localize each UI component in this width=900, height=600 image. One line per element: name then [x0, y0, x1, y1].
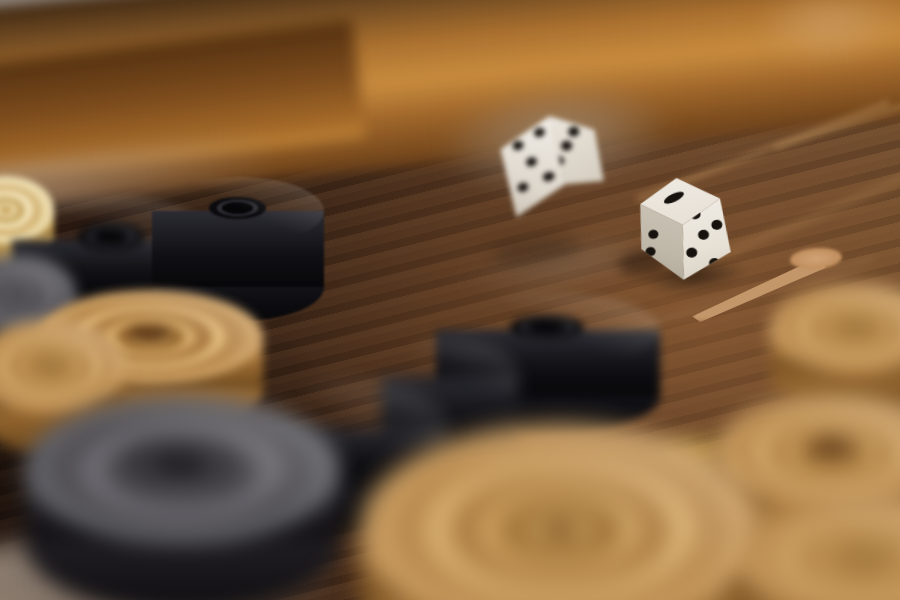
checker-top-face [360, 424, 760, 600]
checker-center-knob [209, 197, 266, 219]
checker-tan-bottom-right [739, 496, 900, 600]
die-pip [698, 229, 710, 240]
die-pip [645, 247, 656, 257]
checker-top-face [152, 177, 324, 245]
die-pip [709, 258, 721, 269]
die-pip [511, 140, 524, 152]
die-pip [568, 126, 580, 137]
checker-center-knob [78, 222, 144, 250]
backgammon-photo-scene [0, 0, 900, 600]
die-pip [686, 247, 698, 258]
die-resting [632, 169, 740, 288]
checker-top-face [24, 396, 340, 544]
checker-black-bottom-left [24, 396, 340, 600]
checker-center-knob [793, 429, 870, 466]
die-pip [516, 181, 529, 193]
die-pip [560, 141, 572, 152]
die-pip [525, 155, 538, 167]
die-pip [541, 171, 555, 184]
die-flying [493, 105, 610, 222]
checker-center-knob [510, 315, 584, 339]
die-pip [711, 219, 723, 230]
die-pip [662, 189, 685, 206]
die-pip [648, 230, 659, 240]
die-pip [532, 126, 545, 138]
checker-center-knob [128, 440, 232, 487]
checker-tan-foreground-big [360, 424, 760, 600]
checker-top-face [739, 496, 900, 600]
